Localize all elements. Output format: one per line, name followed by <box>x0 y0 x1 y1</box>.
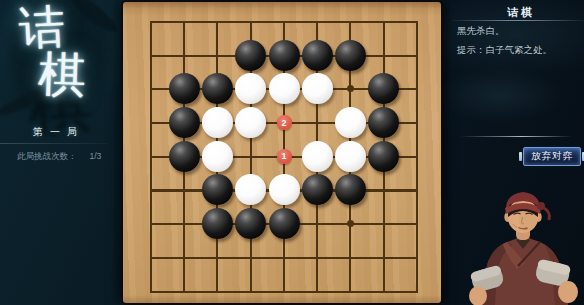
white-stone <box>302 73 333 104</box>
tsumego-screen: 棋 诘 棋 第一局 此局挑战次数：1/3 12 诘棋 黑先杀白。 提示：白子气紧… <box>0 0 584 305</box>
white-stone <box>235 174 266 205</box>
black-stone <box>169 107 200 138</box>
black-stone <box>335 174 366 205</box>
black-stone <box>235 208 266 239</box>
black-stone <box>302 40 333 71</box>
black-stone <box>335 40 366 71</box>
black-stone <box>302 174 333 205</box>
white-stone <box>202 107 233 138</box>
black-stone <box>169 73 200 104</box>
give-up-button[interactable]: 放弃对弈 <box>523 147 581 166</box>
white-stone <box>269 174 300 205</box>
white-stone <box>335 107 366 138</box>
black-stone <box>269 208 300 239</box>
go-board: 12 <box>123 2 441 303</box>
go-board-grid[interactable]: 12 <box>134 5 433 305</box>
puzzle-objective: 黑先杀白。 <box>457 25 505 38</box>
white-stone <box>235 107 266 138</box>
button-divider <box>460 136 572 137</box>
hoshi-point <box>347 85 354 92</box>
black-stone <box>269 40 300 71</box>
black-stone <box>202 73 233 104</box>
white-stone <box>335 141 366 172</box>
hoshi-point <box>347 220 354 227</box>
puzzle-panel-title: 诘棋 <box>455 5 584 20</box>
white-stone <box>269 73 300 104</box>
black-stone <box>169 141 200 172</box>
attempts-label: 此局挑战次数： <box>17 151 77 161</box>
npc-portrait <box>455 183 584 305</box>
white-stone <box>302 141 333 172</box>
black-stone <box>202 174 233 205</box>
move-marker-2[interactable]: 2 <box>277 115 292 130</box>
white-stone <box>235 73 266 104</box>
left-panel: 棋 诘 棋 第一局 此局挑战次数：1/3 <box>0 0 123 305</box>
black-stone <box>202 208 233 239</box>
title-divider <box>452 20 584 21</box>
left-divider <box>0 143 108 144</box>
black-stone <box>368 107 399 138</box>
black-stone <box>235 40 266 71</box>
white-stone <box>202 141 233 172</box>
stage-label: 第一局 <box>0 125 110 139</box>
puzzle-hint: 提示：白子气紧之处。 <box>457 44 552 57</box>
calligraphy-title-char1: 诘 <box>18 3 66 51</box>
black-stone <box>368 141 399 172</box>
calligraphy-title-char2: 棋 <box>37 49 87 99</box>
attempts-value: 1/3 <box>90 151 102 161</box>
move-marker-1[interactable]: 1 <box>277 149 292 164</box>
attempts-counter: 此局挑战次数：1/3 <box>17 151 101 163</box>
black-stone <box>368 73 399 104</box>
